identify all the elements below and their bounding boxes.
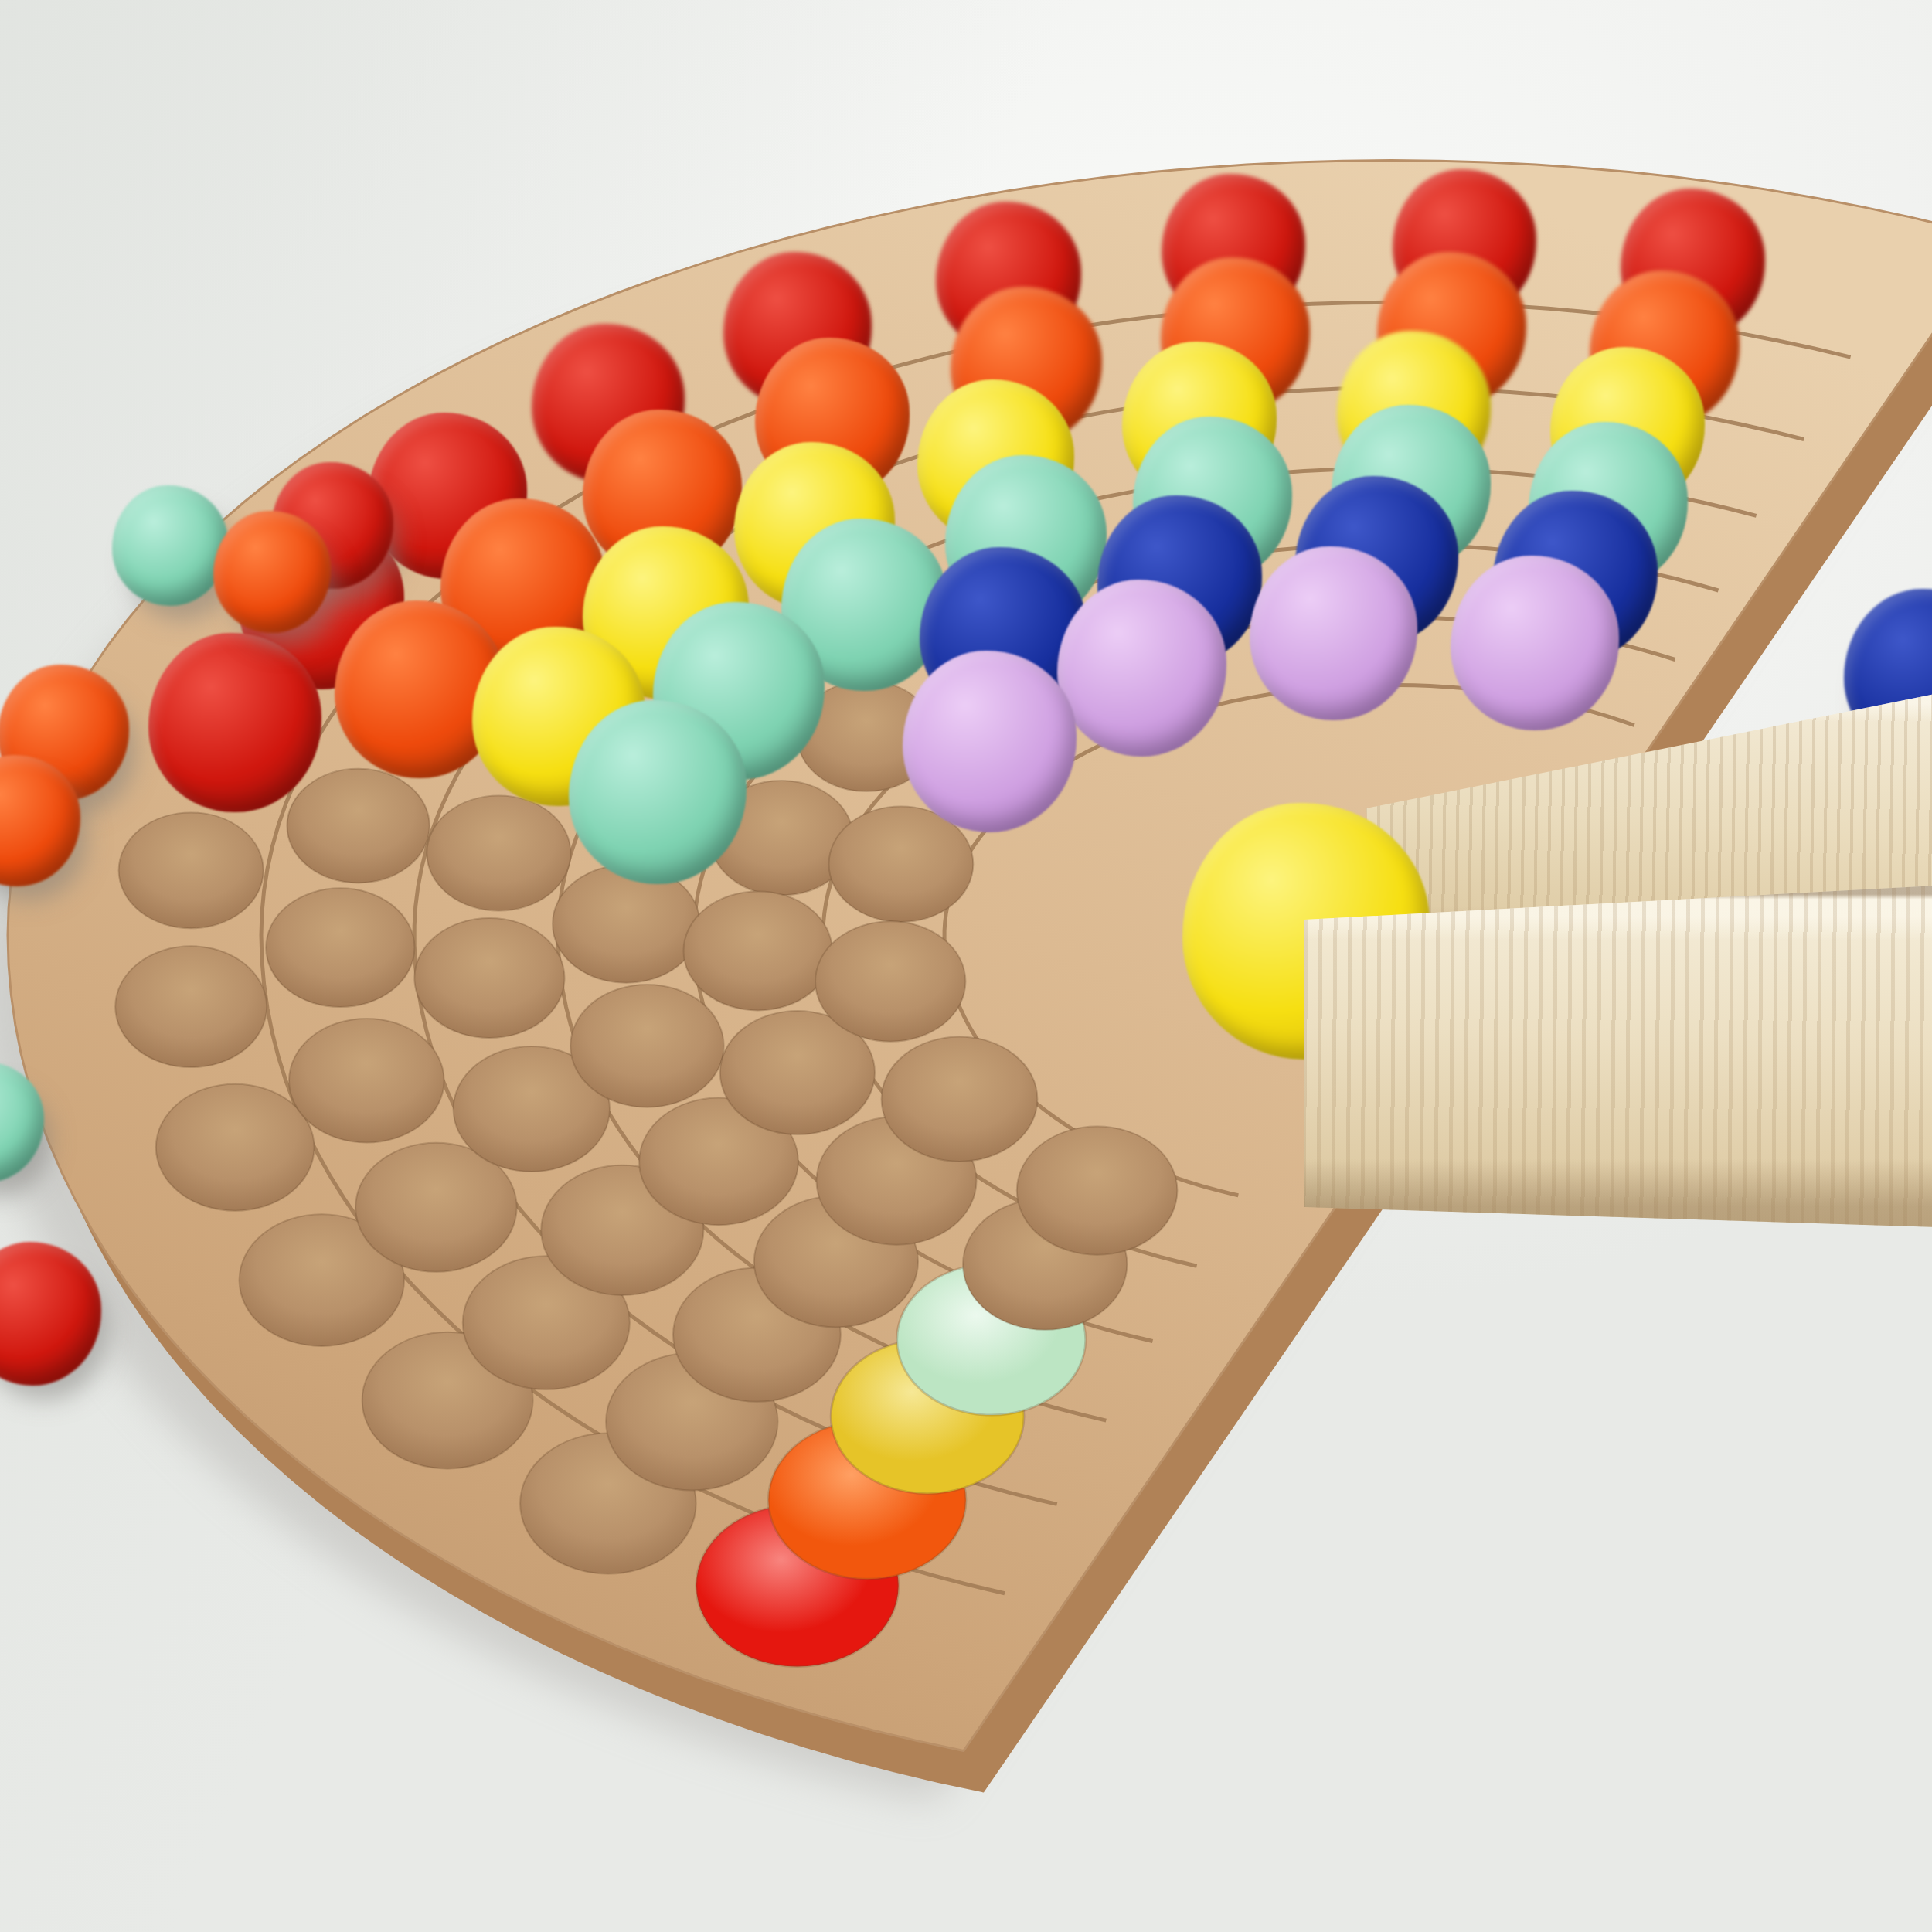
pom-green[interactable] [569,700,747,885]
board-recess[interactable] [570,985,723,1107]
board-recess[interactable] [119,812,264,928]
board-recess[interactable] [156,1084,315,1211]
board-recess[interactable] [553,865,700,983]
pom-purple[interactable] [1250,546,1417,721]
board-recess[interactable] [815,921,965,1041]
pom-red[interactable] [148,633,321,813]
board-recess[interactable] [266,888,414,1007]
pom-mint[interactable] [112,485,228,606]
board-recess[interactable] [287,769,429,883]
board-recess[interactable] [414,918,564,1038]
pom-orange[interactable] [213,511,331,633]
board-recess[interactable] [115,946,267,1067]
board-recess[interactable] [882,1037,1038,1162]
board-recess[interactable] [427,796,570,911]
wooden-tongs-lower-arm[interactable] [1304,886,1932,1227]
board-recess[interactable] [289,1019,444,1143]
pom-purple[interactable] [1451,556,1619,730]
board-recess[interactable] [684,891,832,1010]
pom-purple[interactable] [903,651,1077,832]
pom-purple[interactable] [1057,580,1227,756]
board-recess[interactable] [1017,1127,1178,1255]
scene [0,0,1932,1932]
